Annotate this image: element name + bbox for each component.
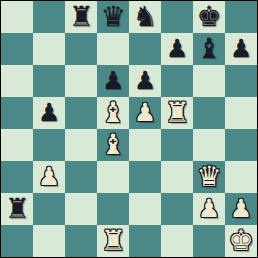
square-b6[interactable] xyxy=(33,65,65,97)
piece-white-bishop: ♝ xyxy=(100,97,125,129)
square-g2[interactable]: ♟ xyxy=(193,193,225,225)
square-g4[interactable] xyxy=(193,129,225,161)
piece-black-pawn: ♟ xyxy=(38,97,60,129)
piece-black-bishop: ♝ xyxy=(196,33,221,65)
square-a4[interactable] xyxy=(1,129,33,161)
square-c7[interactable] xyxy=(65,33,97,65)
piece-white-pawn: ♟ xyxy=(198,193,220,225)
square-a6[interactable] xyxy=(1,65,33,97)
square-c3[interactable] xyxy=(65,161,97,193)
square-d3[interactable] xyxy=(97,161,129,193)
square-e4[interactable] xyxy=(129,129,161,161)
square-f3[interactable] xyxy=(161,161,193,193)
square-g3[interactable]: ♛ xyxy=(193,161,225,193)
square-g6[interactable] xyxy=(193,65,225,97)
square-e5[interactable]: ♟ xyxy=(129,97,161,129)
square-f6[interactable] xyxy=(161,65,193,97)
piece-white-bishop: ♝ xyxy=(100,129,125,161)
square-h5[interactable] xyxy=(225,97,257,129)
square-e3[interactable] xyxy=(129,161,161,193)
square-h4[interactable] xyxy=(225,129,257,161)
square-d2[interactable] xyxy=(97,193,129,225)
square-f7[interactable]: ♟ xyxy=(161,33,193,65)
square-b7[interactable] xyxy=(33,33,65,65)
square-b4[interactable] xyxy=(33,129,65,161)
square-e7[interactable] xyxy=(129,33,161,65)
square-e2[interactable] xyxy=(129,193,161,225)
piece-black-pawn: ♟ xyxy=(134,65,156,97)
square-c4[interactable] xyxy=(65,129,97,161)
square-c6[interactable] xyxy=(65,65,97,97)
square-f2[interactable] xyxy=(161,193,193,225)
square-a7[interactable] xyxy=(1,33,33,65)
piece-black-pawn: ♟ xyxy=(102,65,124,97)
piece-white-pawn: ♟ xyxy=(134,97,156,129)
square-d4[interactable]: ♝ xyxy=(97,129,129,161)
square-a2[interactable]: ♜ xyxy=(1,193,33,225)
square-a5[interactable] xyxy=(1,97,33,129)
square-f8[interactable] xyxy=(161,1,193,33)
piece-white-pawn: ♟ xyxy=(230,193,252,225)
square-b1[interactable] xyxy=(33,225,65,257)
square-h3[interactable] xyxy=(225,161,257,193)
square-b5[interactable]: ♟ xyxy=(33,97,65,129)
square-g5[interactable] xyxy=(193,97,225,129)
square-c2[interactable] xyxy=(65,193,97,225)
piece-black-queen: ♛ xyxy=(100,1,125,33)
square-f5[interactable]: ♜ xyxy=(161,97,193,129)
square-a1[interactable] xyxy=(1,225,33,257)
square-h6[interactable] xyxy=(225,65,257,97)
square-d1[interactable]: ♜ xyxy=(97,225,129,257)
square-a3[interactable] xyxy=(1,161,33,193)
square-g7[interactable]: ♝ xyxy=(193,33,225,65)
piece-white-pawn: ♟ xyxy=(38,161,60,193)
piece-black-knight: ♞ xyxy=(132,1,157,33)
square-g8[interactable]: ♚ xyxy=(193,1,225,33)
piece-white-rook: ♜ xyxy=(164,97,189,129)
piece-black-king: ♚ xyxy=(196,1,221,33)
piece-white-queen: ♛ xyxy=(196,161,221,193)
piece-black-rook: ♜ xyxy=(68,1,93,33)
piece-black-rook: ♜ xyxy=(4,193,29,225)
square-g1[interactable] xyxy=(193,225,225,257)
square-h2[interactable]: ♟ xyxy=(225,193,257,225)
chess-board: ♜♛♞♚♟♝♟♟♟♟♝♟♜♝♟♛♜♟♟♜♚ xyxy=(0,0,258,258)
square-d8[interactable]: ♛ xyxy=(97,1,129,33)
square-h8[interactable] xyxy=(225,1,257,33)
square-a8[interactable] xyxy=(1,1,33,33)
square-e1[interactable] xyxy=(129,225,161,257)
piece-white-king: ♚ xyxy=(228,225,253,257)
square-d6[interactable]: ♟ xyxy=(97,65,129,97)
piece-black-pawn: ♟ xyxy=(166,33,188,65)
square-e8[interactable]: ♞ xyxy=(129,1,161,33)
square-h7[interactable]: ♟ xyxy=(225,33,257,65)
square-d7[interactable] xyxy=(97,33,129,65)
square-e6[interactable]: ♟ xyxy=(129,65,161,97)
square-d5[interactable]: ♝ xyxy=(97,97,129,129)
square-h1[interactable]: ♚ xyxy=(225,225,257,257)
square-f4[interactable] xyxy=(161,129,193,161)
square-c8[interactable]: ♜ xyxy=(65,1,97,33)
square-c5[interactable] xyxy=(65,97,97,129)
square-f1[interactable] xyxy=(161,225,193,257)
square-b2[interactable] xyxy=(33,193,65,225)
square-b3[interactable]: ♟ xyxy=(33,161,65,193)
square-b8[interactable] xyxy=(33,1,65,33)
piece-white-rook: ♜ xyxy=(100,225,125,257)
square-c1[interactable] xyxy=(65,225,97,257)
piece-black-pawn: ♟ xyxy=(230,33,252,65)
